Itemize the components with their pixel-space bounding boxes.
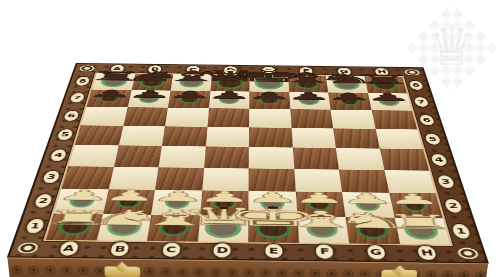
rank-label-right-1: 1 — [450, 223, 473, 239]
square-f2 — [295, 192, 345, 217]
file-label-near-f: F — [314, 244, 336, 260]
corner-rosette-icon — [456, 247, 481, 259]
file-label-near-g: G — [365, 244, 388, 260]
square-c6 — [165, 108, 209, 127]
square-e6 — [249, 109, 291, 128]
square-c4 — [159, 146, 206, 168]
file-label-near-b: B — [108, 241, 131, 257]
file-label-near-c: C — [160, 242, 182, 258]
file-label-near-h: H — [415, 245, 439, 261]
chess-board: AABBCCDDEEFFGGHH1122334455667788 ♜♞♝♛♚♝♞… — [7, 63, 489, 264]
file-label-near-a: A — [57, 241, 81, 257]
rank-label-left-2: 2 — [32, 193, 54, 208]
square-f3 — [294, 169, 342, 192]
square-h4 — [379, 149, 429, 171]
rank-label-left-1: 1 — [23, 218, 46, 234]
square-g1 — [345, 217, 399, 244]
square-c3 — [155, 167, 204, 190]
square-a1 — [46, 213, 103, 240]
square-d6 — [207, 108, 249, 127]
square-f4 — [292, 148, 338, 170]
square-b3 — [108, 167, 158, 190]
rank-label-left-4: 4 — [48, 149, 68, 162]
black-pawn-glyph: ♟ — [364, 92, 412, 103]
square-e2 — [248, 191, 297, 216]
square-h1 — [394, 217, 450, 244]
piece-layer: ♜♞♝♛♚♝♞♜♟♟♟♟♟♟♟♟♟♟♟♟♟♟♟♟♜♞♝♛♚♝♞♜ — [77, 64, 422, 68]
square-c1 — [147, 214, 200, 241]
chess-set-photo: AABBCCDDEEFFGGHH1122334455667788 ♜♞♝♛♚♝♞… — [0, 0, 500, 277]
folding-box-front-edge — [7, 256, 488, 277]
square-a4 — [68, 145, 118, 167]
square-d4 — [204, 146, 249, 168]
file-label-near-d: D — [212, 242, 233, 258]
corner-rosette-icon — [15, 242, 40, 254]
square-c2 — [151, 190, 202, 215]
square-e1 — [248, 216, 299, 243]
square-h6 — [371, 110, 417, 129]
square-f5 — [291, 128, 336, 148]
rank-label-left-7: 7 — [68, 93, 86, 104]
rank-label-left-3: 3 — [40, 170, 61, 184]
square-h2 — [389, 193, 443, 218]
brass-clasp-icon — [104, 267, 140, 277]
square-g2 — [342, 192, 394, 217]
rank-label-right-3: 3 — [435, 175, 456, 189]
rank-label-right-7: 7 — [412, 97, 430, 108]
square-a6 — [81, 107, 127, 126]
square-g6 — [331, 110, 376, 129]
rank-label-right-2: 2 — [442, 198, 464, 213]
square-d3 — [202, 168, 249, 191]
square-h3 — [384, 170, 436, 193]
square-f1 — [297, 216, 349, 243]
square-h5 — [375, 129, 423, 149]
square-a3 — [61, 166, 113, 189]
rank-label-left-5: 5 — [55, 129, 75, 141]
square-d1 — [197, 215, 248, 242]
square-g4 — [336, 148, 384, 170]
file-label-near-e: E — [263, 243, 283, 259]
square-e3 — [249, 168, 296, 191]
square-e4 — [249, 147, 294, 169]
rank-label-right-4: 4 — [429, 153, 449, 166]
square-d5 — [205, 127, 249, 147]
square-d2 — [200, 190, 249, 215]
square-g5 — [333, 128, 379, 148]
square-e5 — [249, 127, 292, 147]
square-b2 — [103, 189, 155, 214]
crown-finial-icon — [264, 69, 272, 71]
square-b1 — [96, 214, 151, 241]
square-b5 — [118, 126, 165, 146]
rank-label-right-6: 6 — [418, 114, 437, 125]
square-b4 — [113, 145, 161, 167]
brass-clasp-icon — [381, 270, 417, 277]
square-f6 — [290, 109, 333, 128]
rank-label-left-6: 6 — [62, 110, 81, 121]
rank-label-right-5: 5 — [423, 133, 442, 145]
square-c5 — [162, 126, 207, 146]
square-a5 — [75, 125, 123, 145]
square-g3 — [339, 169, 389, 192]
square-b6 — [123, 107, 168, 126]
square-a2 — [54, 189, 108, 214]
